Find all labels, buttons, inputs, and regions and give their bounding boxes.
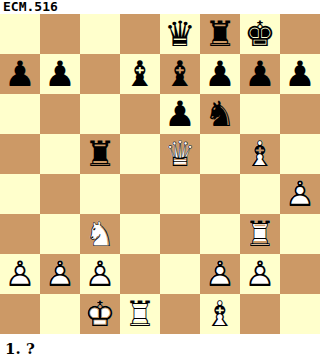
black-piece-glyph: ♜ bbox=[80, 134, 120, 174]
square-h8[interactable] bbox=[280, 14, 320, 54]
square-d3[interactable] bbox=[120, 214, 160, 254]
square-h6[interactable] bbox=[280, 94, 320, 134]
piece-white-pawn: ♟♙ bbox=[40, 254, 80, 294]
white-piece-outline: ♗ bbox=[200, 294, 240, 334]
white-piece-outline: ♖ bbox=[240, 214, 280, 254]
square-c1[interactable]: ♚♔ bbox=[80, 294, 120, 334]
square-e1[interactable] bbox=[160, 294, 200, 334]
black-piece-glyph: ♜ bbox=[200, 14, 240, 54]
piece-white-rook: ♜♖ bbox=[240, 214, 280, 254]
piece-black-bishop: ♝ bbox=[160, 54, 200, 94]
square-a7[interactable]: ♟ bbox=[0, 54, 40, 94]
square-d7[interactable]: ♝ bbox=[120, 54, 160, 94]
piece-white-queen: ♛♕ bbox=[160, 134, 200, 174]
black-piece-glyph: ♝ bbox=[160, 54, 200, 94]
square-b5[interactable] bbox=[40, 134, 80, 174]
piece-black-pawn: ♟ bbox=[160, 94, 200, 134]
piece-black-pawn: ♟ bbox=[200, 54, 240, 94]
white-piece-outline: ♙ bbox=[240, 254, 280, 294]
white-piece-outline: ♕ bbox=[160, 134, 200, 174]
square-a6[interactable] bbox=[0, 94, 40, 134]
square-f8[interactable]: ♜ bbox=[200, 14, 240, 54]
square-e5[interactable]: ♛♕ bbox=[160, 134, 200, 174]
square-f6[interactable]: ♞ bbox=[200, 94, 240, 134]
white-piece-outline: ♙ bbox=[80, 254, 120, 294]
square-c7[interactable] bbox=[80, 54, 120, 94]
piece-white-pawn: ♟♙ bbox=[280, 174, 320, 214]
square-f3[interactable] bbox=[200, 214, 240, 254]
square-c3[interactable]: ♞♘ bbox=[80, 214, 120, 254]
square-f1[interactable]: ♝♗ bbox=[200, 294, 240, 334]
square-g1[interactable] bbox=[240, 294, 280, 334]
square-h5[interactable] bbox=[280, 134, 320, 174]
square-c4[interactable] bbox=[80, 174, 120, 214]
square-h7[interactable]: ♟ bbox=[280, 54, 320, 94]
piece-black-pawn: ♟ bbox=[40, 54, 80, 94]
square-e7[interactable]: ♝ bbox=[160, 54, 200, 94]
square-b2[interactable]: ♟♙ bbox=[40, 254, 80, 294]
black-piece-glyph: ♛ bbox=[160, 14, 200, 54]
piece-white-pawn: ♟♙ bbox=[200, 254, 240, 294]
square-d1[interactable]: ♜♖ bbox=[120, 294, 160, 334]
piece-white-rook: ♜♖ bbox=[120, 294, 160, 334]
white-piece-outline: ♙ bbox=[40, 254, 80, 294]
black-piece-glyph: ♟ bbox=[200, 54, 240, 94]
square-a3[interactable] bbox=[0, 214, 40, 254]
black-piece-glyph: ♝ bbox=[120, 54, 160, 94]
square-f5[interactable] bbox=[200, 134, 240, 174]
square-g8[interactable]: ♚ bbox=[240, 14, 280, 54]
piece-white-bishop: ♝♗ bbox=[200, 294, 240, 334]
square-h4[interactable]: ♟♙ bbox=[280, 174, 320, 214]
square-d8[interactable] bbox=[120, 14, 160, 54]
square-c5[interactable]: ♜ bbox=[80, 134, 120, 174]
square-g7[interactable]: ♟ bbox=[240, 54, 280, 94]
white-piece-outline: ♗ bbox=[240, 134, 280, 174]
piece-white-knight: ♞♘ bbox=[80, 214, 120, 254]
square-g2[interactable]: ♟♙ bbox=[240, 254, 280, 294]
piece-black-pawn: ♟ bbox=[0, 54, 40, 94]
square-a8[interactable] bbox=[0, 14, 40, 54]
square-g3[interactable]: ♜♖ bbox=[240, 214, 280, 254]
square-d2[interactable] bbox=[120, 254, 160, 294]
square-e4[interactable] bbox=[160, 174, 200, 214]
square-c6[interactable] bbox=[80, 94, 120, 134]
square-g6[interactable] bbox=[240, 94, 280, 134]
move-prompt: 1. ? bbox=[0, 334, 320, 358]
square-b8[interactable] bbox=[40, 14, 80, 54]
piece-black-bishop: ♝ bbox=[120, 54, 160, 94]
piece-white-bishop: ♝♗ bbox=[240, 134, 280, 174]
square-a4[interactable] bbox=[0, 174, 40, 214]
black-piece-glyph: ♟ bbox=[0, 54, 40, 94]
square-h1[interactable] bbox=[280, 294, 320, 334]
square-f7[interactable]: ♟ bbox=[200, 54, 240, 94]
piece-black-knight: ♞ bbox=[200, 94, 240, 134]
piece-black-king: ♚ bbox=[240, 14, 280, 54]
square-a1[interactable] bbox=[0, 294, 40, 334]
black-piece-glyph: ♟ bbox=[160, 94, 200, 134]
square-e2[interactable] bbox=[160, 254, 200, 294]
piece-white-pawn: ♟♙ bbox=[0, 254, 40, 294]
white-piece-outline: ♔ bbox=[80, 294, 120, 334]
black-piece-glyph: ♟ bbox=[280, 54, 320, 94]
square-c2[interactable]: ♟♙ bbox=[80, 254, 120, 294]
square-b1[interactable] bbox=[40, 294, 80, 334]
black-piece-glyph: ♞ bbox=[200, 94, 240, 134]
piece-black-queen: ♛ bbox=[160, 14, 200, 54]
chess-board: ♛♜♚♟♟♝♝♟♟♟♟♞♜♛♕♝♗♟♙♞♘♜♖♟♙♟♙♟♙♟♙♟♙♚♔♜♖♝♗ bbox=[0, 14, 320, 334]
square-b7[interactable]: ♟ bbox=[40, 54, 80, 94]
square-b6[interactable] bbox=[40, 94, 80, 134]
square-a2[interactable]: ♟♙ bbox=[0, 254, 40, 294]
square-f2[interactable]: ♟♙ bbox=[200, 254, 240, 294]
diagram-title: ECM.516 bbox=[0, 0, 320, 14]
piece-black-pawn: ♟ bbox=[240, 54, 280, 94]
square-h3[interactable] bbox=[280, 214, 320, 254]
square-f4[interactable] bbox=[200, 174, 240, 214]
white-piece-outline: ♘ bbox=[80, 214, 120, 254]
black-piece-glyph: ♟ bbox=[240, 54, 280, 94]
piece-white-pawn: ♟♙ bbox=[240, 254, 280, 294]
square-h2[interactable] bbox=[280, 254, 320, 294]
square-d6[interactable] bbox=[120, 94, 160, 134]
square-b3[interactable] bbox=[40, 214, 80, 254]
square-g5[interactable]: ♝♗ bbox=[240, 134, 280, 174]
square-e8[interactable]: ♛ bbox=[160, 14, 200, 54]
white-piece-outline: ♖ bbox=[120, 294, 160, 334]
black-piece-glyph: ♟ bbox=[40, 54, 80, 94]
piece-black-rook: ♜ bbox=[80, 134, 120, 174]
white-piece-outline: ♙ bbox=[200, 254, 240, 294]
piece-white-pawn: ♟♙ bbox=[80, 254, 120, 294]
piece-black-pawn: ♟ bbox=[280, 54, 320, 94]
white-piece-outline: ♙ bbox=[280, 174, 320, 214]
square-e6[interactable]: ♟ bbox=[160, 94, 200, 134]
white-piece-outline: ♙ bbox=[0, 254, 40, 294]
piece-black-rook: ♜ bbox=[200, 14, 240, 54]
square-d4[interactable] bbox=[120, 174, 160, 214]
black-piece-glyph: ♚ bbox=[240, 14, 280, 54]
piece-white-king: ♚♔ bbox=[80, 294, 120, 334]
square-d5[interactable] bbox=[120, 134, 160, 174]
square-b4[interactable] bbox=[40, 174, 80, 214]
square-c8[interactable] bbox=[80, 14, 120, 54]
square-a5[interactable] bbox=[0, 134, 40, 174]
square-e3[interactable] bbox=[160, 214, 200, 254]
square-g4[interactable] bbox=[240, 174, 280, 214]
